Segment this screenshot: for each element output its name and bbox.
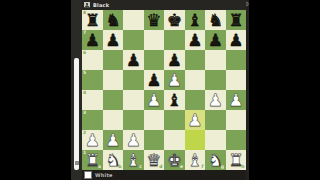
square-c8[interactable] [123,10,144,30]
square-c4[interactable] [123,90,144,110]
square-g2[interactable] [205,130,226,150]
white-n-piece[interactable]: ♞ [105,151,120,168]
black-p-piece[interactable]: ♟ [105,31,120,48]
black-b-piece[interactable]: ♝ [187,11,202,28]
square-a8[interactable]: 8♜ [82,10,103,30]
white-b-piece[interactable]: ♝ [187,151,202,168]
square-e1[interactable]: e♚ [164,150,185,170]
white-p-piece[interactable]: ♟ [208,91,223,108]
black-n-piece[interactable]: ♞ [208,11,223,28]
black-n-piece[interactable]: ♞ [105,11,120,28]
white-k-piece[interactable]: ♚ [167,151,182,168]
rank-label-6: 6 [83,51,86,56]
white-p-piece[interactable]: ♟ [85,131,100,148]
black-player-avatar [84,2,90,8]
square-a4[interactable]: 4 [82,90,103,110]
square-c7[interactable] [123,30,144,50]
square-b8[interactable]: ♞ [103,10,124,30]
white-p-piece[interactable]: ♟ [167,71,182,88]
square-c3[interactable] [123,110,144,130]
right-rail [246,0,249,180]
square-d3[interactable] [144,110,165,130]
square-f7[interactable]: ♟ [185,30,206,50]
white-q-piece[interactable]: ♛ [146,151,161,168]
square-f8[interactable]: ♝ [185,10,206,30]
square-f4[interactable] [185,90,206,110]
square-c6[interactable]: ♟ [123,50,144,70]
rank-label-5: 5 [83,71,86,76]
square-b5[interactable] [103,70,124,90]
square-b1[interactable]: b♞ [103,150,124,170]
square-g5[interactable] [205,70,226,90]
square-h1[interactable]: h♜ [226,150,247,170]
white-r-piece[interactable]: ♜ [228,151,243,168]
white-p-piece[interactable]: ♟ [126,131,141,148]
square-d4[interactable]: ♟ [144,90,165,110]
bottom-player-bar: White [82,170,246,180]
scrollbar-thumb[interactable] [75,161,79,165]
square-a6[interactable]: 6 [82,50,103,70]
black-p-piece[interactable]: ♟ [187,31,202,48]
square-f5[interactable] [185,70,206,90]
top-player-name: Black [93,2,109,8]
square-d2[interactable] [144,130,165,150]
bottom-player-name: White [95,172,113,178]
rank-label-3: 3 [83,111,86,116]
square-g8[interactable]: ♞ [205,10,226,30]
square-b6[interactable] [103,50,124,70]
square-g1[interactable]: g♞ [205,150,226,170]
square-f2[interactable] [185,130,206,150]
square-e4[interactable]: ♝ [164,90,185,110]
scrollbar[interactable] [74,58,79,170]
square-g4[interactable]: ♟ [205,90,226,110]
square-d8[interactable]: ♛ [144,10,165,30]
square-g6[interactable] [205,50,226,70]
white-player-avatar [84,171,92,179]
white-p-piece[interactable]: ♟ [146,91,161,108]
black-p-piece[interactable]: ♟ [167,51,182,68]
square-a1[interactable]: 1a♜ [82,150,103,170]
square-h6[interactable] [226,50,247,70]
square-h2[interactable] [226,130,247,150]
rank-label-4: 4 [83,91,86,96]
square-d1[interactable]: d♛ [144,150,165,170]
white-p-piece[interactable]: ♟ [187,111,202,128]
square-b7[interactable]: ♟ [103,30,124,50]
black-p-piece[interactable]: ♟ [85,31,100,48]
square-f6[interactable] [185,50,206,70]
square-d7[interactable] [144,30,165,50]
square-e6[interactable]: ♟ [164,50,185,70]
chess-embed: ⚙ Black 8♜♞♛♚♝♞♜7♟♟♟♟♟6♟♟5♟♟4♟♝♟♟3♟2♟♟♟1… [0,0,320,180]
white-n-piece[interactable]: ♞ [208,151,223,168]
square-c2[interactable]: ♟ [123,130,144,150]
square-h8[interactable]: ♜ [226,10,247,30]
black-p-piece[interactable]: ♟ [208,31,223,48]
black-p-piece[interactable]: ♟ [228,31,243,48]
square-a7[interactable]: 7♟ [82,30,103,50]
black-b-piece[interactable]: ♝ [167,91,182,108]
square-f3[interactable]: ♟ [185,110,206,130]
square-h5[interactable] [226,70,247,90]
square-g7[interactable]: ♟ [205,30,226,50]
square-b3[interactable] [103,110,124,130]
square-g3[interactable] [205,110,226,130]
board: 8♜♞♛♚♝♞♜7♟♟♟♟♟6♟♟5♟♟4♟♝♟♟3♟2♟♟♟1a♜b♞c♝d♛… [82,10,246,170]
square-e5[interactable]: ♟ [164,70,185,90]
white-p-piece[interactable]: ♟ [105,131,120,148]
square-b2[interactable]: ♟ [103,130,124,150]
square-d6[interactable] [144,50,165,70]
black-q-piece[interactable]: ♛ [146,11,161,28]
square-e7[interactable] [164,30,185,50]
square-c1[interactable]: c♝ [123,150,144,170]
black-r-piece[interactable]: ♜ [85,11,100,28]
square-a2[interactable]: 2♟ [82,130,103,150]
white-b-piece[interactable]: ♝ [126,151,141,168]
square-a5[interactable]: 5 [82,70,103,90]
white-r-piece[interactable]: ♜ [85,151,100,168]
square-e3[interactable] [164,110,185,130]
square-c5[interactable] [123,70,144,90]
white-p-piece[interactable]: ♟ [228,91,243,108]
square-b4[interactable] [103,90,124,110]
black-p-piece[interactable]: ♟ [126,51,141,68]
square-h7[interactable]: ♟ [226,30,247,50]
square-f1[interactable]: f♝ [185,150,206,170]
square-e8[interactable]: ♚ [164,10,185,30]
square-a3[interactable]: 3 [82,110,103,130]
black-r-piece[interactable]: ♜ [228,11,243,28]
black-k-piece[interactable]: ♚ [167,11,182,28]
square-h3[interactable] [226,110,247,130]
square-h4[interactable]: ♟ [226,90,247,110]
square-d5[interactable]: ♟ [144,70,165,90]
square-e2[interactable] [164,130,185,150]
black-p-piece[interactable]: ♟ [146,71,161,88]
